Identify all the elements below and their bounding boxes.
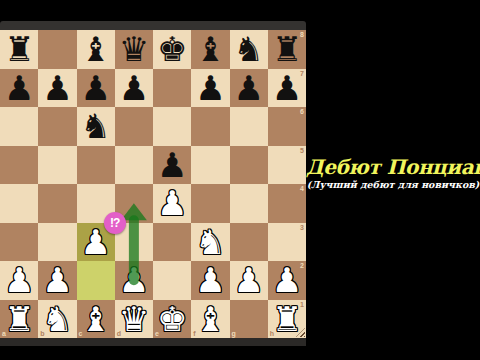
opening-title: Дебют Понциани <box>306 156 480 179</box>
board-bottom-strip <box>0 338 306 346</box>
square-h7[interactable]: 7♟ <box>268 69 306 108</box>
white-rook[interactable]: ♜ <box>0 300 38 339</box>
square-d6[interactable] <box>115 107 153 146</box>
square-g8[interactable]: ♞ <box>230 30 268 69</box>
square-b8[interactable] <box>38 30 76 69</box>
square-b2[interactable]: ♟ <box>38 261 76 300</box>
square-g3[interactable] <box>230 223 268 262</box>
rank-label-4: 4 <box>300 185 304 192</box>
black-rook[interactable]: ♜ <box>268 30 306 69</box>
square-f7[interactable]: ♟ <box>191 69 229 108</box>
white-pawn[interactable]: ♟ <box>38 261 76 300</box>
board-grid: ♜♝♛♚♝♞8♜♟♟♟♟♟♟7♟♞6♟5♟4♟♞3♟♟♟♟♟2♟a♜b♞c♝d♛… <box>0 30 306 338</box>
square-e7[interactable] <box>153 69 191 108</box>
square-h2[interactable]: 2♟ <box>268 261 306 300</box>
black-pawn[interactable]: ♟ <box>191 69 229 108</box>
white-pawn[interactable]: ♟ <box>268 261 306 300</box>
black-pawn[interactable]: ♟ <box>77 69 115 108</box>
white-pawn[interactable]: ♟ <box>230 261 268 300</box>
square-f5[interactable] <box>191 146 229 185</box>
square-c5[interactable] <box>77 146 115 185</box>
black-knight[interactable]: ♞ <box>77 107 115 146</box>
square-d8[interactable]: ♛ <box>115 30 153 69</box>
white-bishop[interactable]: ♝ <box>77 300 115 339</box>
square-b5[interactable] <box>38 146 76 185</box>
square-f1[interactable]: f♝ <box>191 300 229 339</box>
square-h5[interactable]: 5 <box>268 146 306 185</box>
white-pawn[interactable]: ♟ <box>153 184 191 223</box>
square-e6[interactable] <box>153 107 191 146</box>
square-b7[interactable]: ♟ <box>38 69 76 108</box>
file-label-g: g <box>232 330 236 337</box>
square-e4[interactable]: ♟ <box>153 184 191 223</box>
square-b3[interactable] <box>38 223 76 262</box>
square-c8[interactable]: ♝ <box>77 30 115 69</box>
rank-label-5: 5 <box>300 147 304 154</box>
square-f4[interactable] <box>191 184 229 223</box>
chess-board: ♜♝♛♚♝♞8♜♟♟♟♟♟♟7♟♞6♟5♟4♟♞3♟♟♟♟♟2♟a♜b♞c♝d♛… <box>0 30 306 338</box>
white-knight[interactable]: ♞ <box>38 300 76 339</box>
black-pawn[interactable]: ♟ <box>115 69 153 108</box>
square-g6[interactable] <box>230 107 268 146</box>
black-rook[interactable]: ♜ <box>0 30 38 69</box>
rank-label-6: 6 <box>300 108 304 115</box>
white-king[interactable]: ♚ <box>153 300 191 339</box>
black-bishop[interactable]: ♝ <box>77 30 115 69</box>
square-d1[interactable]: d♛ <box>115 300 153 339</box>
square-h8[interactable]: 8♜ <box>268 30 306 69</box>
square-c1[interactable]: c♝ <box>77 300 115 339</box>
video-frame: ♜♝♛♚♝♞8♜♟♟♟♟♟♟7♟♞6♟5♟4♟♞3♟♟♟♟♟2♟a♜b♞c♝d♛… <box>0 0 480 360</box>
square-f3[interactable]: ♞ <box>191 223 229 262</box>
square-e3[interactable] <box>153 223 191 262</box>
opening-subtitle: (Лучший дебют для новичков) <box>306 179 480 191</box>
square-f2[interactable]: ♟ <box>191 261 229 300</box>
square-d7[interactable]: ♟ <box>115 69 153 108</box>
square-h3[interactable]: 3 <box>268 223 306 262</box>
square-h1[interactable]: 1h♜ <box>268 300 306 339</box>
white-rook[interactable]: ♜ <box>268 300 306 339</box>
black-queen[interactable]: ♛ <box>115 30 153 69</box>
white-bishop[interactable]: ♝ <box>191 300 229 339</box>
square-b1[interactable]: b♞ <box>38 300 76 339</box>
white-pawn[interactable]: ♟ <box>0 261 38 300</box>
black-bishop[interactable]: ♝ <box>191 30 229 69</box>
square-e8[interactable]: ♚ <box>153 30 191 69</box>
square-g2[interactable]: ♟ <box>230 261 268 300</box>
white-pawn[interactable]: ♟ <box>115 261 153 300</box>
black-knight[interactable]: ♞ <box>230 30 268 69</box>
square-b6[interactable] <box>38 107 76 146</box>
black-king[interactable]: ♚ <box>153 30 191 69</box>
rank-label-3: 3 <box>300 224 304 231</box>
white-knight[interactable]: ♞ <box>191 223 229 262</box>
square-a7[interactable]: ♟ <box>0 69 38 108</box>
square-e1[interactable]: e♚ <box>153 300 191 339</box>
white-queen[interactable]: ♛ <box>115 300 153 339</box>
square-g5[interactable] <box>230 146 268 185</box>
square-a5[interactable] <box>0 146 38 185</box>
square-c2[interactable] <box>77 261 115 300</box>
square-e5[interactable]: ♟ <box>153 146 191 185</box>
square-a3[interactable] <box>0 223 38 262</box>
black-pawn[interactable]: ♟ <box>268 69 306 108</box>
square-a8[interactable]: ♜ <box>0 30 38 69</box>
square-c6[interactable]: ♞ <box>77 107 115 146</box>
square-g1[interactable]: g <box>230 300 268 339</box>
interesting-move-badge: !? <box>104 212 126 234</box>
square-d2[interactable]: ♟ <box>115 261 153 300</box>
square-a4[interactable] <box>0 184 38 223</box>
black-pawn[interactable]: ♟ <box>230 69 268 108</box>
square-e2[interactable] <box>153 261 191 300</box>
square-h6[interactable]: 6 <box>268 107 306 146</box>
square-g7[interactable]: ♟ <box>230 69 268 108</box>
white-pawn[interactable]: ♟ <box>191 261 229 300</box>
square-h4[interactable]: 4 <box>268 184 306 223</box>
square-a6[interactable] <box>0 107 38 146</box>
square-a1[interactable]: a♜ <box>0 300 38 339</box>
caption-block: Дебют Понциани (Лучший дебют для новичко… <box>306 156 480 191</box>
square-f8[interactable]: ♝ <box>191 30 229 69</box>
square-d5[interactable] <box>115 146 153 185</box>
square-a2[interactable]: ♟ <box>0 261 38 300</box>
square-g4[interactable] <box>230 184 268 223</box>
square-c7[interactable]: ♟ <box>77 69 115 108</box>
square-f6[interactable] <box>191 107 229 146</box>
square-b4[interactable] <box>38 184 76 223</box>
black-pawn[interactable]: ♟ <box>0 69 38 108</box>
black-pawn[interactable]: ♟ <box>38 69 76 108</box>
black-pawn[interactable]: ♟ <box>153 146 191 185</box>
